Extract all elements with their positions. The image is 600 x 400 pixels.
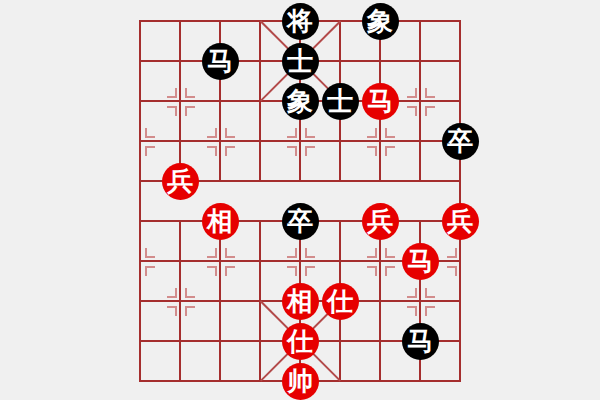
- point-marker-corner: [145, 248, 155, 258]
- piece-glyph: 相: [287, 288, 313, 314]
- piece-glyph: 马: [367, 88, 393, 114]
- app-background: 将象马士象士马卒兵相卒兵兵马相仕仕马帅: [0, 0, 600, 400]
- piece-glyph: 兵: [367, 208, 393, 234]
- point-marker-corner: [385, 248, 395, 258]
- point-marker-corner: [425, 88, 435, 98]
- point-marker-corner: [225, 248, 235, 258]
- point-marker-corner: [367, 128, 377, 138]
- point-marker-corner: [407, 288, 417, 298]
- point-marker-corner: [305, 128, 315, 138]
- board-cell: [179, 340, 219, 382]
- piece-glyph: 象: [287, 88, 313, 114]
- point-marker-corner: [447, 266, 457, 276]
- piece-glyph: 士: [287, 48, 313, 74]
- point-marker-corner: [287, 146, 297, 156]
- piece-black-elephant[interactable]: 象: [282, 83, 319, 120]
- point-marker-corner: [167, 288, 177, 298]
- point-marker-corner: [167, 88, 177, 98]
- point-marker-corner: [447, 248, 457, 258]
- piece-black-advisor[interactable]: 士: [322, 83, 359, 120]
- board-cell: [139, 20, 179, 60]
- point-marker-corner: [367, 248, 377, 258]
- point-marker-corner: [287, 128, 297, 138]
- point-marker-corner: [207, 128, 217, 138]
- point-marker-corner: [145, 146, 155, 156]
- board-cell: [219, 300, 259, 340]
- board-cell: [419, 20, 461, 60]
- point-marker-corner: [287, 266, 297, 276]
- point-marker-corner: [367, 266, 377, 276]
- point-marker-corner: [207, 266, 217, 276]
- piece-black-soldier[interactable]: 卒: [442, 123, 479, 160]
- piece-black-soldier[interactable]: 卒: [282, 203, 319, 240]
- point-marker-corner: [207, 248, 217, 258]
- point-marker-corner: [225, 266, 235, 276]
- point-marker-corner: [225, 146, 235, 156]
- piece-red-advisor[interactable]: 仕: [282, 323, 319, 360]
- board-cell: [339, 340, 379, 382]
- board-cell: [139, 340, 179, 382]
- piece-glyph: 将: [287, 8, 313, 34]
- point-marker-corner: [385, 146, 395, 156]
- point-marker-corner: [225, 128, 235, 138]
- piece-red-elephant[interactable]: 相: [202, 203, 239, 240]
- point-marker-corner: [185, 288, 195, 298]
- point-marker-corner: [425, 306, 435, 316]
- xiangqi-board[interactable]: 将象马士象士马卒兵相卒兵兵马相仕仕马帅: [139, 20, 461, 382]
- piece-glyph: 马: [407, 248, 433, 274]
- point-marker-corner: [425, 288, 435, 298]
- piece-glyph: 卒: [447, 128, 473, 154]
- piece-red-horse[interactable]: 马: [362, 83, 399, 120]
- piece-black-general[interactable]: 将: [282, 3, 319, 40]
- point-marker-corner: [407, 88, 417, 98]
- piece-glyph: 象: [367, 8, 393, 34]
- piece-red-soldier[interactable]: 兵: [442, 203, 479, 240]
- piece-glyph: 仕: [327, 288, 353, 314]
- point-marker-corner: [145, 266, 155, 276]
- point-marker-corner: [167, 306, 177, 316]
- point-marker-corner: [367, 146, 377, 156]
- point-marker-corner: [287, 248, 297, 258]
- piece-glyph: 仕: [287, 328, 313, 354]
- point-marker-corner: [305, 266, 315, 276]
- piece-black-advisor[interactable]: 士: [282, 43, 319, 80]
- piece-black-horse[interactable]: 马: [202, 43, 239, 80]
- piece-red-advisor[interactable]: 仕: [322, 283, 359, 320]
- piece-black-elephant[interactable]: 象: [362, 3, 399, 40]
- piece-red-horse[interactable]: 马: [402, 243, 439, 280]
- point-marker-corner: [425, 106, 435, 116]
- point-marker-corner: [207, 146, 217, 156]
- piece-black-horse[interactable]: 马: [402, 323, 439, 360]
- piece-red-elephant[interactable]: 相: [282, 283, 319, 320]
- point-marker-corner: [185, 88, 195, 98]
- piece-red-soldier[interactable]: 兵: [362, 203, 399, 240]
- point-marker-corner: [305, 248, 315, 258]
- board-cell: [219, 340, 259, 382]
- point-marker-corner: [305, 146, 315, 156]
- piece-glyph: 相: [207, 208, 233, 234]
- point-marker-corner: [385, 266, 395, 276]
- point-marker-corner: [145, 128, 155, 138]
- piece-glyph: 卒: [287, 208, 313, 234]
- point-marker-corner: [185, 306, 195, 316]
- point-marker-corner: [385, 128, 395, 138]
- piece-red-general[interactable]: 帅: [282, 363, 319, 400]
- piece-red-soldier[interactable]: 兵: [162, 163, 199, 200]
- point-marker-corner: [407, 306, 417, 316]
- point-marker-corner: [185, 106, 195, 116]
- piece-glyph: 马: [407, 328, 433, 354]
- piece-glyph: 马: [207, 48, 233, 74]
- point-marker-corner: [407, 106, 417, 116]
- piece-glyph: 兵: [167, 168, 193, 194]
- piece-glyph: 帅: [287, 368, 313, 394]
- point-marker-corner: [167, 106, 177, 116]
- piece-glyph: 士: [327, 88, 353, 114]
- piece-glyph: 兵: [447, 208, 473, 234]
